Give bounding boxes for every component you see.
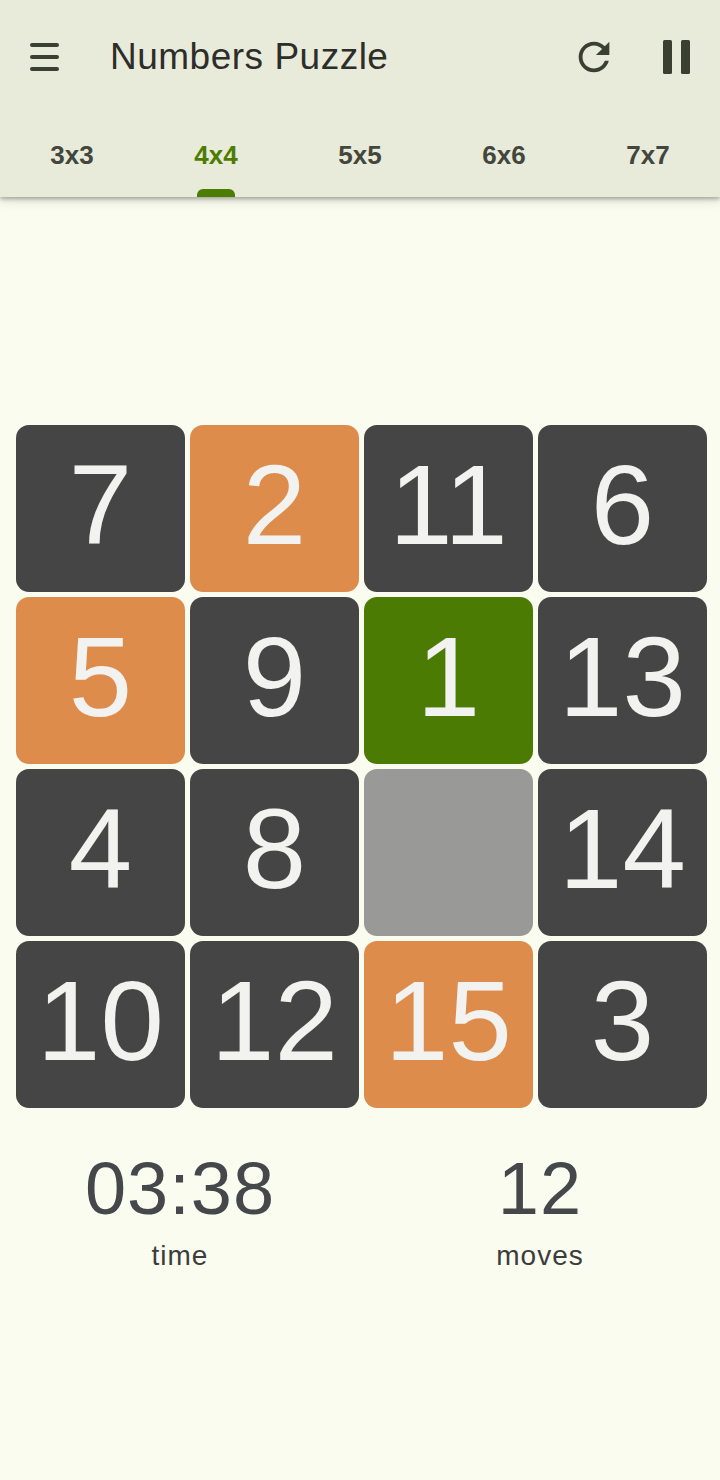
tile-1[interactable]: 1	[364, 597, 533, 764]
app-bar: Numbers Puzzle	[0, 0, 720, 114]
moves-value: 12	[498, 1150, 582, 1228]
menu-button[interactable]	[30, 43, 59, 71]
tile-11[interactable]: 11	[364, 425, 533, 592]
time-stat: 03:38 time	[0, 1150, 360, 1272]
hamburger-icon	[30, 43, 59, 71]
page-title: Numbers Puzzle	[110, 36, 388, 78]
tab-7x7[interactable]: 7x7	[576, 114, 720, 197]
tab-6x6[interactable]: 6x6	[432, 114, 576, 197]
tile-8[interactable]: 8	[190, 769, 359, 936]
tile-13[interactable]: 13	[538, 597, 707, 764]
tab-label: 6x6	[482, 140, 525, 171]
puzzle-board: 721165911348141012153	[16, 425, 707, 1108]
appbar-actions	[571, 34, 690, 80]
empty-cell	[364, 769, 533, 936]
tile-5[interactable]: 5	[16, 597, 185, 764]
time-label: time	[152, 1240, 209, 1272]
tab-label: 7x7	[626, 140, 669, 171]
tab-3x3[interactable]: 3x3	[0, 114, 144, 197]
tile-10[interactable]: 10	[16, 941, 185, 1108]
pause-icon	[663, 40, 690, 74]
active-tab-indicator	[197, 189, 235, 197]
tile-14[interactable]: 14	[538, 769, 707, 936]
tile-6[interactable]: 6	[538, 425, 707, 592]
board-size-tabs: 3x34x45x56x67x7	[0, 114, 720, 197]
stats-panel: 03:38 time 12 moves	[0, 1150, 720, 1272]
tile-9[interactable]: 9	[190, 597, 359, 764]
app-header: Numbers Puzzle 3x34x45x56x67x7	[0, 0, 720, 197]
tab-label: 4x4	[194, 140, 237, 171]
tab-label: 3x3	[50, 140, 93, 171]
tab-4x4[interactable]: 4x4	[144, 114, 288, 197]
pause-button[interactable]	[663, 40, 690, 74]
tab-label: 5x5	[338, 140, 381, 171]
refresh-button[interactable]	[571, 34, 617, 80]
tab-5x5[interactable]: 5x5	[288, 114, 432, 197]
moves-label: moves	[496, 1240, 583, 1272]
tile-2[interactable]: 2	[190, 425, 359, 592]
tile-4[interactable]: 4	[16, 769, 185, 936]
refresh-icon	[571, 34, 617, 80]
tile-15[interactable]: 15	[364, 941, 533, 1108]
time-value: 03:38	[85, 1150, 275, 1228]
tile-12[interactable]: 12	[190, 941, 359, 1108]
moves-stat: 12 moves	[360, 1150, 720, 1272]
tile-7[interactable]: 7	[16, 425, 185, 592]
tile-3[interactable]: 3	[538, 941, 707, 1108]
app-screen: Numbers Puzzle 3x34x45x56x67x7 721165911…	[0, 0, 720, 1480]
